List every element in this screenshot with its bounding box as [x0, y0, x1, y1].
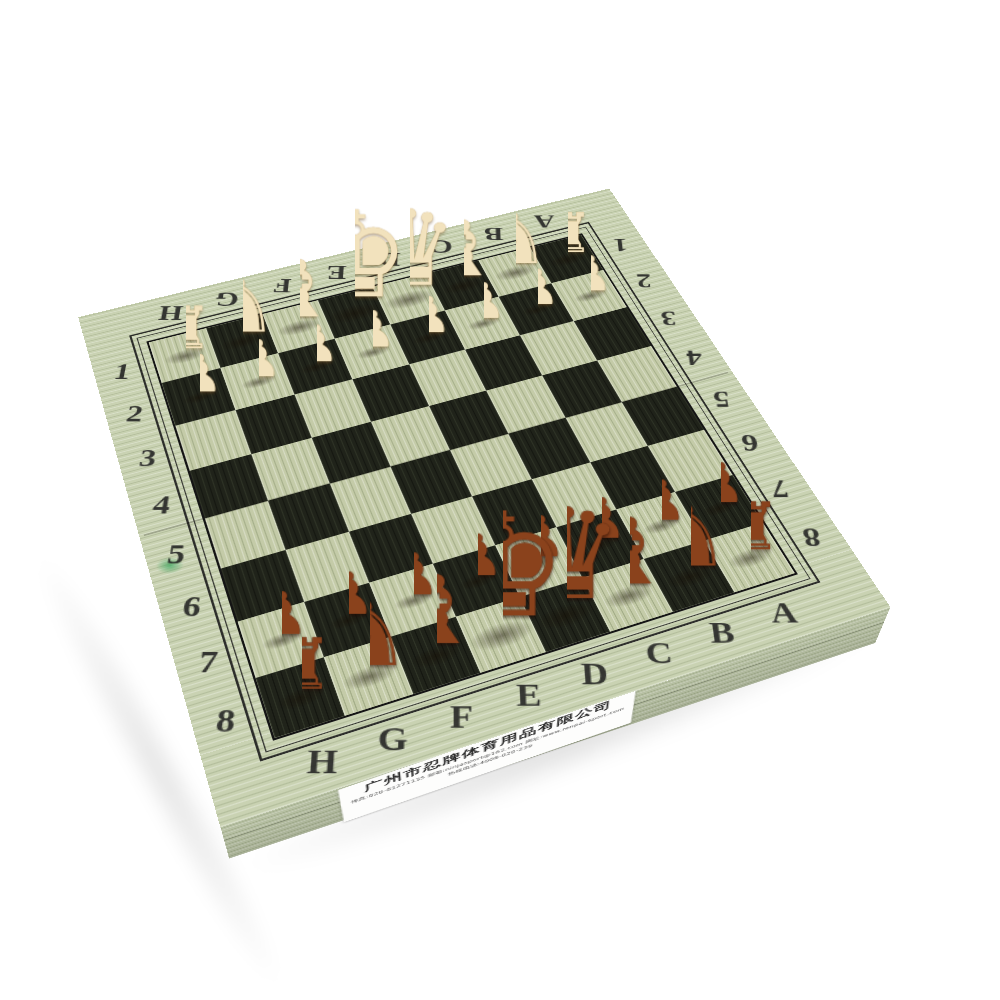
rank-label-left-1: 1 — [112, 359, 132, 382]
file-label-bottom-f: F — [449, 700, 473, 734]
rank-label-left-7: 7 — [197, 645, 220, 677]
file-label-bottom-c: C — [643, 637, 673, 669]
rank-label-right-8: 8 — [800, 523, 823, 551]
file-label-bottom-h: H — [305, 744, 338, 779]
file-label-bottom-g: G — [376, 722, 407, 757]
file-label-bottom-b: B — [707, 617, 736, 648]
file-label-bottom-d: D — [579, 658, 608, 690]
file-label-bottom-a: A — [767, 597, 799, 627]
rank-label-right-4: 4 — [685, 347, 704, 370]
rank-label-left-4: 4 — [151, 491, 172, 518]
product-photo: ♜♞♝♚♛♝♞♜♟♟♟♟♟♟♟♟♟♟♟♟♟♟♟♟♜♞♝♚♛♝♞♜ HGFEDCB… — [0, 0, 1000, 1000]
square-h8: ♜ — [256, 657, 345, 738]
board-face: ♜♞♝♚♛♝♞♜♟♟♟♟♟♟♟♟♟♟♟♟♟♟♟♟♜♞♝♚♛♝♞♜ HGFEDCB… — [78, 189, 890, 828]
rank-label-left-8: 8 — [214, 703, 237, 737]
chess-board: ♜♞♝♚♛♝♞♜♟♟♟♟♟♟♟♟♟♟♟♟♟♟♟♟♜♞♝♚♛♝♞♜ HGFEDCB… — [78, 189, 890, 828]
rank-label-right-5: 5 — [711, 387, 731, 411]
rank-label-right-1: 1 — [612, 235, 629, 255]
rank-label-right-2: 2 — [635, 271, 652, 292]
rank-label-left-3: 3 — [137, 445, 158, 470]
file-label-bottom-e: E — [515, 678, 542, 711]
rank-label-left-6: 6 — [181, 591, 203, 621]
rank-label-left-2: 2 — [124, 401, 145, 425]
rank-label-right-3: 3 — [659, 308, 677, 330]
